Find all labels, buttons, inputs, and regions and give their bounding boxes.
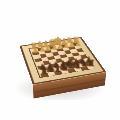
- board-square: [34, 58, 42, 62]
- chess-box: ♜♞♝♛♚♝♞♜♟♟♟♟♟♟♟♟♟♟♟♟♟♟♟♟♜♞♝♛♚♝♞♜: [19, 37, 106, 85]
- board-square: [53, 55, 61, 59]
- chess-set-photo: ♜♞♝♛♚♝♞♜♟♟♟♟♟♟♟♟♟♟♟♟♟♟♟♟♜♞♝♛♚♝♞♜: [0, 0, 120, 120]
- board-square: [86, 65, 95, 70]
- board-squares: ♜♞♝♛♚♝♞♜♟♟♟♟♟♟♟♟♟♟♟♟♟♟♟♟♜♞♝♛♚♝♞♜: [28, 41, 95, 78]
